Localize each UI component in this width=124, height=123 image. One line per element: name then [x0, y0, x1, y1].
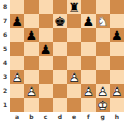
square-d7[interactable]: ♚ [53, 14, 67, 28]
file-label-b: b [24, 112, 38, 123]
square-d2[interactable] [53, 84, 67, 98]
square-h5[interactable] [110, 42, 124, 56]
piece-white-pawn-f2[interactable]: ♟♙ [81, 84, 95, 98]
square-a8[interactable] [10, 0, 24, 14]
square-b1[interactable] [24, 98, 38, 112]
square-a2[interactable] [10, 84, 24, 98]
square-b8[interactable] [24, 0, 38, 14]
square-b2[interactable]: ♟♙ [24, 84, 38, 98]
square-b3[interactable] [24, 70, 38, 84]
rank-label-4: 4 [0, 56, 10, 70]
rank-label-5: 5 [0, 42, 10, 56]
white-pawn-glyph-outline: ♙ [24, 84, 38, 98]
rank-label-2: 2 [0, 84, 10, 98]
square-e8[interactable]: ♜ [67, 0, 81, 14]
square-b4[interactable] [24, 56, 38, 70]
white-pawn-glyph-outline: ♙ [10, 70, 24, 84]
square-d1[interactable] [53, 98, 67, 112]
square-c5[interactable]: ♟ [39, 42, 53, 56]
square-f2[interactable]: ♟♙ [81, 84, 95, 98]
square-c1[interactable] [39, 98, 53, 112]
square-c3[interactable] [39, 70, 53, 84]
rank-label-7: 7 [0, 14, 10, 28]
file-label-h: h [110, 112, 124, 123]
piece-white-pawn-g2[interactable]: ♟♙ [96, 84, 110, 98]
square-b5[interactable] [24, 42, 38, 56]
square-h6[interactable]: ♟ [110, 28, 124, 42]
rank-label-6: 6 [0, 28, 10, 42]
file-label-c: c [39, 112, 53, 123]
square-h7[interactable] [110, 14, 124, 28]
square-d6[interactable] [53, 28, 67, 42]
piece-black-king-d7[interactable]: ♚ [53, 14, 67, 28]
rank-label-8: 8 [0, 0, 10, 14]
square-g6[interactable] [96, 28, 110, 42]
piece-white-pawn-a3[interactable]: ♟♙ [10, 70, 24, 84]
black-rook-glyph: ♜ [67, 0, 81, 14]
square-h4[interactable] [110, 56, 124, 70]
square-d5[interactable] [53, 42, 67, 56]
square-g4[interactable] [96, 56, 110, 70]
piece-black-pawn-h6[interactable]: ♟ [110, 28, 124, 42]
white-king-glyph-outline: ♔ [96, 98, 110, 112]
square-g2[interactable]: ♟♙ [96, 84, 110, 98]
black-pawn-glyph: ♟ [81, 14, 95, 28]
black-pawn-glyph: ♟ [110, 28, 124, 42]
file-label-g: g [96, 112, 110, 123]
piece-black-pawn-a7[interactable]: ♟ [10, 14, 24, 28]
white-pawn-glyph-outline: ♙ [81, 84, 95, 98]
square-g7[interactable]: ♞♘ [96, 14, 110, 28]
chess-board: ♜♟♚♟♞♘♟♟♟♟♙♟♙♟♙♟♙♟♙♟♙♚♔ [10, 0, 124, 112]
file-label-a: a [10, 112, 24, 123]
square-f1[interactable] [81, 98, 95, 112]
square-h8[interactable] [110, 0, 124, 14]
square-h1[interactable] [110, 98, 124, 112]
square-d8[interactable] [53, 0, 67, 14]
square-c8[interactable] [39, 0, 53, 14]
file-label-f: f [81, 112, 95, 123]
square-e6[interactable] [67, 28, 81, 42]
square-h3[interactable] [110, 70, 124, 84]
square-f7[interactable]: ♟ [81, 14, 95, 28]
square-e7[interactable] [67, 14, 81, 28]
square-d4[interactable] [53, 56, 67, 70]
square-f8[interactable] [81, 0, 95, 14]
square-f5[interactable] [81, 42, 95, 56]
piece-white-pawn-b2[interactable]: ♟♙ [24, 84, 38, 98]
rank-label-1: 1 [0, 98, 10, 112]
square-f3[interactable] [81, 70, 95, 84]
piece-white-knight-g7[interactable]: ♞♘ [96, 14, 110, 28]
rank-labels: 87654321 [0, 0, 10, 112]
piece-black-pawn-f7[interactable]: ♟ [81, 14, 95, 28]
square-b7[interactable] [24, 14, 38, 28]
black-king-glyph: ♚ [53, 14, 67, 28]
square-a7[interactable]: ♟ [10, 14, 24, 28]
square-a3[interactable]: ♟♙ [10, 70, 24, 84]
piece-white-pawn-e3[interactable]: ♟♙ [67, 70, 81, 84]
square-c7[interactable] [39, 14, 53, 28]
square-d3[interactable] [53, 70, 67, 84]
square-e1[interactable] [67, 98, 81, 112]
square-a1[interactable] [10, 98, 24, 112]
square-a6[interactable] [10, 28, 24, 42]
piece-black-rook-e8[interactable]: ♜ [67, 0, 81, 14]
square-g8[interactable] [96, 0, 110, 14]
white-pawn-glyph-outline: ♙ [67, 70, 81, 84]
square-e2[interactable] [67, 84, 81, 98]
piece-white-pawn-h2[interactable]: ♟♙ [110, 84, 124, 98]
file-labels: abcdefgh [10, 112, 124, 123]
square-a5[interactable] [10, 42, 24, 56]
square-c4[interactable] [39, 56, 53, 70]
piece-white-king-g1[interactable]: ♚♔ [96, 98, 110, 112]
square-h2[interactable]: ♟♙ [110, 84, 124, 98]
square-f6[interactable] [81, 28, 95, 42]
square-c6[interactable] [39, 28, 53, 42]
rank-label-3: 3 [0, 70, 10, 84]
square-g3[interactable] [96, 70, 110, 84]
square-f4[interactable] [81, 56, 95, 70]
chess-diagram: 87654321 ♜♟♚♟♞♘♟♟♟♟♙♟♙♟♙♟♙♟♙♟♙♚♔ abcdefg… [0, 0, 124, 123]
file-label-e: e [67, 112, 81, 123]
file-label-d: d [53, 112, 67, 123]
square-e5[interactable] [67, 42, 81, 56]
square-a4[interactable] [10, 56, 24, 70]
piece-black-pawn-c5[interactable]: ♟ [39, 42, 53, 56]
black-pawn-glyph: ♟ [10, 14, 24, 28]
square-g5[interactable] [96, 42, 110, 56]
square-g1[interactable]: ♚♔ [96, 98, 110, 112]
white-pawn-glyph-outline: ♙ [96, 84, 110, 98]
square-e4[interactable] [67, 56, 81, 70]
piece-black-pawn-b6[interactable]: ♟ [24, 28, 38, 42]
black-pawn-glyph: ♟ [39, 42, 53, 56]
square-e3[interactable]: ♟♙ [67, 70, 81, 84]
square-b6[interactable]: ♟ [24, 28, 38, 42]
white-pawn-glyph-outline: ♙ [110, 84, 124, 98]
black-pawn-glyph: ♟ [24, 28, 38, 42]
white-knight-glyph-outline: ♘ [96, 14, 110, 28]
square-c2[interactable] [39, 84, 53, 98]
